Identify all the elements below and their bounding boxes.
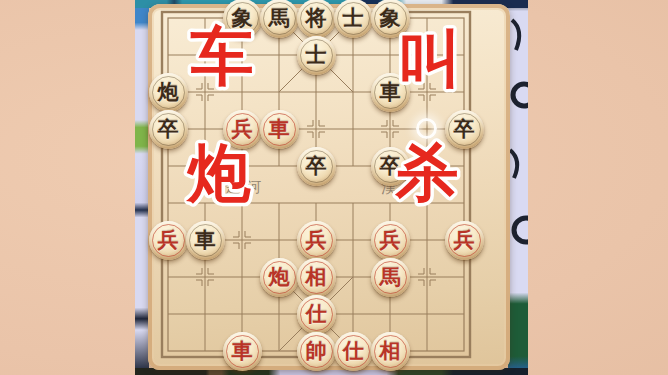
piece-black-chariot[interactable]: 車 bbox=[371, 73, 410, 112]
piece-black-horse[interactable]: 馬 bbox=[260, 0, 299, 38]
piece-character: 馬 bbox=[380, 267, 401, 288]
piece-character: 車 bbox=[380, 82, 401, 103]
piece-character: 士 bbox=[306, 45, 327, 66]
piece-character: 炮 bbox=[158, 82, 179, 103]
piece-character: 卒 bbox=[306, 156, 327, 177]
piece-black-chariot[interactable]: 車 bbox=[186, 221, 225, 260]
piece-character: 相 bbox=[306, 267, 327, 288]
piece-character: 兵 bbox=[380, 230, 401, 251]
piece-character: 炮 bbox=[269, 267, 290, 288]
doodle-squiggles bbox=[508, 0, 528, 375]
piece-black-soldier[interactable]: 卒 bbox=[149, 110, 188, 149]
piece-character: 兵 bbox=[158, 230, 179, 251]
piece-red-soldier[interactable]: 兵 bbox=[223, 110, 262, 149]
piece-character: 仕 bbox=[306, 304, 327, 325]
background-pattern-right bbox=[508, 0, 528, 375]
piece-red-soldier[interactable]: 兵 bbox=[297, 221, 336, 260]
piece-character: 象 bbox=[380, 8, 401, 29]
piece-red-soldier[interactable]: 兵 bbox=[445, 221, 484, 260]
river-label-chu-he: 楚河 bbox=[214, 177, 278, 197]
screenshot-scene: 楚河 漢界 象馬将士象士炮車卒兵車卒卒卒兵車兵兵兵炮相馬仕車帥仕相 车叫炮杀 bbox=[0, 0, 668, 375]
piece-character: 兵 bbox=[232, 119, 253, 140]
piece-black-soldier[interactable]: 卒 bbox=[371, 147, 410, 186]
piece-black-advisor[interactable]: 士 bbox=[297, 36, 336, 75]
piece-red-horse[interactable]: 馬 bbox=[371, 258, 410, 297]
piece-black-cannon[interactable]: 炮 bbox=[149, 73, 188, 112]
piece-character: 士 bbox=[343, 8, 364, 29]
piece-red-chariot[interactable]: 車 bbox=[260, 110, 299, 149]
piece-character: 仕 bbox=[343, 341, 364, 362]
highlight-ring-marker[interactable] bbox=[416, 118, 437, 139]
piece-black-advisor[interactable]: 士 bbox=[334, 0, 373, 38]
piece-black-elephant[interactable]: 象 bbox=[223, 0, 262, 38]
piece-black-general[interactable]: 将 bbox=[297, 0, 336, 38]
piece-red-cannon[interactable]: 炮 bbox=[260, 258, 299, 297]
piece-character: 兵 bbox=[306, 230, 327, 251]
piece-character: 象 bbox=[232, 8, 253, 29]
piece-black-soldier[interactable]: 卒 bbox=[445, 110, 484, 149]
piece-black-elephant[interactable]: 象 bbox=[371, 0, 410, 38]
background-pattern-left bbox=[135, 0, 149, 375]
piece-character: 兵 bbox=[454, 230, 475, 251]
piece-red-elephant[interactable]: 相 bbox=[371, 332, 410, 371]
piece-character: 車 bbox=[195, 230, 216, 251]
piece-character: 卒 bbox=[380, 156, 401, 177]
piece-red-elephant[interactable]: 相 bbox=[297, 258, 336, 297]
piece-red-chariot[interactable]: 車 bbox=[223, 332, 262, 371]
piece-character: 馬 bbox=[269, 8, 290, 29]
piece-red-soldier[interactable]: 兵 bbox=[149, 221, 188, 260]
piece-character: 相 bbox=[380, 341, 401, 362]
piece-character: 卒 bbox=[158, 119, 179, 140]
piece-character: 卒 bbox=[454, 119, 475, 140]
piece-character: 帥 bbox=[306, 341, 327, 362]
piece-red-advisor[interactable]: 仕 bbox=[334, 332, 373, 371]
piece-character: 車 bbox=[232, 341, 253, 362]
piece-red-soldier[interactable]: 兵 bbox=[371, 221, 410, 260]
piece-character: 将 bbox=[306, 8, 327, 29]
piece-red-advisor[interactable]: 仕 bbox=[297, 295, 336, 334]
piece-black-soldier[interactable]: 卒 bbox=[297, 147, 336, 186]
piece-character: 車 bbox=[269, 119, 290, 140]
piece-red-general[interactable]: 帥 bbox=[297, 332, 336, 371]
